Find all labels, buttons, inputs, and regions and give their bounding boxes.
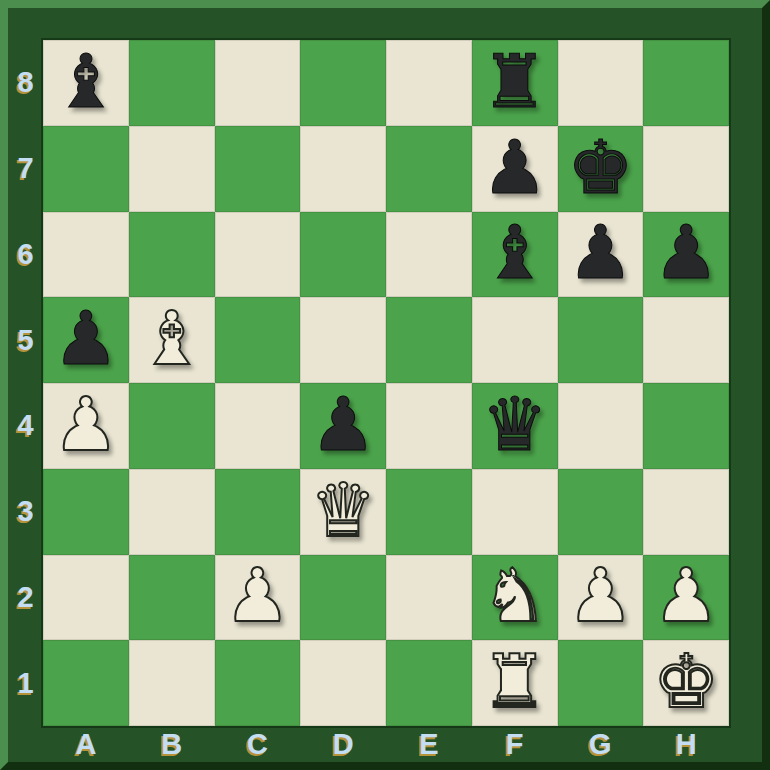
square-g5[interactable] xyxy=(558,297,644,383)
black-queen-piece: ♛ xyxy=(481,387,547,461)
square-c5[interactable] xyxy=(215,297,301,383)
black-rook-piece: ♜ xyxy=(481,44,547,118)
square-d7[interactable] xyxy=(300,126,386,212)
white-rook-piece: ♜ xyxy=(481,644,547,718)
white-king-piece: ♚ xyxy=(653,644,719,718)
square-c6[interactable] xyxy=(215,212,301,298)
square-e2[interactable] xyxy=(386,555,472,641)
square-h5[interactable] xyxy=(643,297,729,383)
square-e8[interactable] xyxy=(386,40,472,126)
square-f4[interactable]: ♛ xyxy=(472,383,558,469)
square-c1[interactable] xyxy=(215,640,301,726)
square-c2[interactable]: ♟ xyxy=(215,555,301,641)
black-king-piece: ♚ xyxy=(567,130,633,204)
rank-label-5: 5 xyxy=(8,297,43,383)
square-e3[interactable] xyxy=(386,469,472,555)
square-h1[interactable]: ♚ xyxy=(643,640,729,726)
rank-labels: 87654321 xyxy=(8,40,43,726)
square-d2[interactable] xyxy=(300,555,386,641)
file-label-h: H xyxy=(643,726,729,762)
white-pawn-piece: ♟ xyxy=(567,558,633,632)
square-e7[interactable] xyxy=(386,126,472,212)
square-a4[interactable]: ♟ xyxy=(43,383,129,469)
square-c4[interactable] xyxy=(215,383,301,469)
square-a3[interactable] xyxy=(43,469,129,555)
black-pawn-piece: ♟ xyxy=(481,130,547,204)
file-label-g: G xyxy=(558,726,644,762)
rank-label-2: 2 xyxy=(8,555,43,641)
square-h6[interactable]: ♟ xyxy=(643,212,729,298)
white-knight-piece: ♞ xyxy=(481,558,547,632)
rank-label-1: 1 xyxy=(8,640,43,726)
square-b6[interactable] xyxy=(129,212,215,298)
square-b7[interactable] xyxy=(129,126,215,212)
square-a2[interactable] xyxy=(43,555,129,641)
square-b3[interactable] xyxy=(129,469,215,555)
square-e6[interactable] xyxy=(386,212,472,298)
square-f3[interactable] xyxy=(472,469,558,555)
square-g3[interactable] xyxy=(558,469,644,555)
rank-label-8: 8 xyxy=(8,40,43,126)
white-pawn-piece: ♟ xyxy=(53,387,119,461)
square-d4[interactable]: ♟ xyxy=(300,383,386,469)
square-h3[interactable] xyxy=(643,469,729,555)
file-label-a: A xyxy=(43,726,129,762)
square-h8[interactable] xyxy=(643,40,729,126)
square-a7[interactable] xyxy=(43,126,129,212)
square-a8[interactable]: ♝ xyxy=(43,40,129,126)
rank-label-4: 4 xyxy=(8,383,43,469)
file-label-c: C xyxy=(215,726,301,762)
square-c8[interactable] xyxy=(215,40,301,126)
black-bishop-piece: ♝ xyxy=(481,215,547,289)
square-e4[interactable] xyxy=(386,383,472,469)
white-pawn-piece: ♟ xyxy=(224,558,290,632)
file-labels: ABCDEFGH xyxy=(43,726,729,762)
file-label-b: B xyxy=(129,726,215,762)
square-b5[interactable]: ♝ xyxy=(129,297,215,383)
chess-board: ♝♜♟♚♝♟♟♟♝♟♟♛♛♟♞♟♟♜♚ xyxy=(43,40,729,726)
black-bishop-piece: ♝ xyxy=(53,44,119,118)
square-h7[interactable] xyxy=(643,126,729,212)
black-pawn-piece: ♟ xyxy=(567,215,633,289)
square-d5[interactable] xyxy=(300,297,386,383)
rank-label-7: 7 xyxy=(8,126,43,212)
rank-label-6: 6 xyxy=(8,212,43,298)
square-c7[interactable] xyxy=(215,126,301,212)
file-label-e: E xyxy=(386,726,472,762)
white-bishop-piece: ♝ xyxy=(138,301,204,375)
square-c3[interactable] xyxy=(215,469,301,555)
square-e5[interactable] xyxy=(386,297,472,383)
square-d1[interactable] xyxy=(300,640,386,726)
square-g8[interactable] xyxy=(558,40,644,126)
square-g2[interactable]: ♟ xyxy=(558,555,644,641)
square-d3[interactable]: ♛ xyxy=(300,469,386,555)
square-f6[interactable]: ♝ xyxy=(472,212,558,298)
square-f5[interactable] xyxy=(472,297,558,383)
white-pawn-piece: ♟ xyxy=(653,558,719,632)
square-a5[interactable]: ♟ xyxy=(43,297,129,383)
black-pawn-piece: ♟ xyxy=(310,387,376,461)
square-b8[interactable] xyxy=(129,40,215,126)
square-f7[interactable]: ♟ xyxy=(472,126,558,212)
square-b1[interactable] xyxy=(129,640,215,726)
file-label-f: F xyxy=(472,726,558,762)
square-a1[interactable] xyxy=(43,640,129,726)
rank-label-3: 3 xyxy=(8,469,43,555)
file-label-d: D xyxy=(300,726,386,762)
white-queen-piece: ♛ xyxy=(310,473,376,547)
square-d6[interactable] xyxy=(300,212,386,298)
black-pawn-piece: ♟ xyxy=(653,215,719,289)
square-e1[interactable] xyxy=(386,640,472,726)
square-a6[interactable] xyxy=(43,212,129,298)
square-b4[interactable] xyxy=(129,383,215,469)
square-b2[interactable] xyxy=(129,555,215,641)
square-g1[interactable] xyxy=(558,640,644,726)
black-pawn-piece: ♟ xyxy=(53,301,119,375)
square-f2[interactable]: ♞ xyxy=(472,555,558,641)
board-frame: 87654321 ♝♜♟♚♝♟♟♟♝♟♟♛♛♟♞♟♟♜♚ ABCDEFGH xyxy=(0,0,770,770)
square-f1[interactable]: ♜ xyxy=(472,640,558,726)
square-g6[interactable]: ♟ xyxy=(558,212,644,298)
square-g7[interactable]: ♚ xyxy=(558,126,644,212)
square-h4[interactable] xyxy=(643,383,729,469)
square-h2[interactable]: ♟ xyxy=(643,555,729,641)
square-d8[interactable] xyxy=(300,40,386,126)
square-g4[interactable] xyxy=(558,383,644,469)
square-f8[interactable]: ♜ xyxy=(472,40,558,126)
